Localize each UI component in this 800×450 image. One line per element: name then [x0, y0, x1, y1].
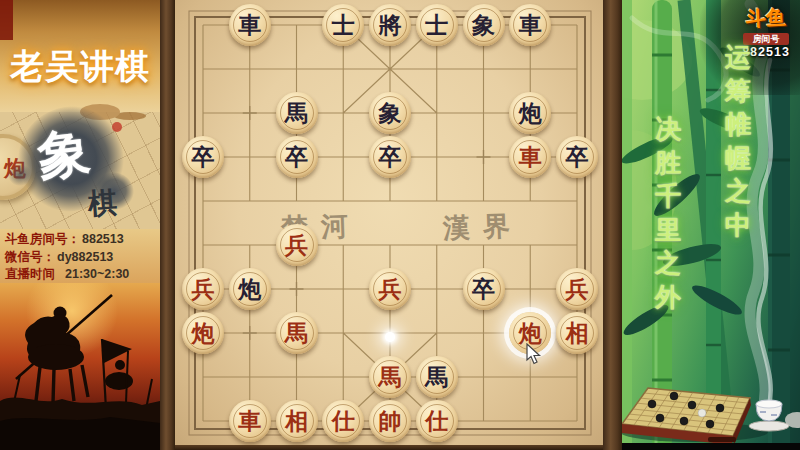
battle-artwork [0, 283, 160, 450]
piece-black-士[interactable]: 士 [416, 4, 458, 46]
piece-black-象[interactable]: 象 [369, 92, 411, 134]
room-number-row: 斗鱼房间号： 882513 [5, 231, 160, 249]
slogan-char: 筹 [722, 75, 754, 109]
piece-char: 卒 [556, 136, 598, 178]
piece-red-兵[interactable]: 兵 [276, 224, 318, 266]
piece-black-馬[interactable]: 馬 [276, 92, 318, 134]
wechat-label: 微信号： [5, 249, 55, 267]
schedule-row: 直播时间 21:30~2:30 [5, 266, 160, 284]
piece-char: 仕 [416, 400, 458, 442]
piece-char: 士 [322, 4, 364, 46]
piece-red-帥[interactable]: 帥 [369, 400, 411, 442]
room-label: 斗鱼房间号： [5, 231, 80, 249]
schedule-value: 21:30~2:30 [65, 266, 129, 284]
slogan-char: 外 [652, 281, 684, 315]
piece-char: 車 [229, 4, 271, 46]
move-highlight-dot [385, 332, 395, 342]
slogan-char: 之 [652, 247, 684, 281]
piece-red-炮[interactable]: 炮 [182, 312, 224, 354]
piece-black-車[interactable]: 車 [509, 4, 551, 46]
piece-red-車[interactable]: 車 [509, 136, 551, 178]
piece-char: 兵 [369, 268, 411, 310]
piece-black-士[interactable]: 士 [322, 4, 364, 46]
piece-char: 卒 [369, 136, 411, 178]
piece-char: 車 [509, 4, 551, 46]
douyu-logo: 斗鱼 [734, 3, 797, 33]
wechat-value: dy882513 [57, 249, 113, 267]
piece-red-馬[interactable]: 馬 [276, 312, 318, 354]
piece-char: 車 [509, 136, 551, 178]
piece-red-車[interactable]: 車 [229, 400, 271, 442]
piece-red-相[interactable]: 相 [276, 400, 318, 442]
mouse-cursor [524, 343, 542, 367]
piece-char: 兵 [182, 268, 224, 310]
piece-char: 馬 [276, 312, 318, 354]
piece-char: 馬 [416, 356, 458, 398]
slogan-char: 千 [652, 180, 684, 214]
piece-char: 車 [229, 400, 271, 442]
piece-black-車[interactable]: 車 [229, 4, 271, 46]
slogan-char: 里 [652, 214, 684, 248]
banner-art: 炮 象 棋 [0, 112, 160, 229]
xiangqi-board-area[interactable]: 楚河 漢界 車士將士象車馬象炮卒卒卒車卒兵兵炮兵卒兵炮馬炮相馬馬車相仕帥仕 [160, 0, 622, 450]
piece-red-兵[interactable]: 兵 [369, 268, 411, 310]
stream-info: 斗鱼房间号： 882513 微信号： dy882513 直播时间 21:30~2… [0, 229, 160, 283]
piece-char: 炮 [509, 92, 551, 134]
piece-char: 炮 [182, 312, 224, 354]
red-seal [112, 122, 122, 132]
piece-black-卒[interactable]: 卒 [276, 136, 318, 178]
calligraphy-qi: 棋 [87, 183, 119, 225]
piece-char: 將 [369, 4, 411, 46]
piece-char: 兵 [276, 224, 318, 266]
pieces-layer: 車士將士象車馬象炮卒卒卒車卒兵兵炮兵卒兵炮馬炮相馬馬車相仕帥仕 [160, 0, 622, 450]
slogan-char: 胜 [652, 147, 684, 181]
corner-decoration [0, 0, 13, 40]
left-banner-panel: 老吴讲棋 炮 象 棋 斗鱼房间号： 882513 微信号： dy882513 直… [0, 0, 160, 450]
piece-char: 兵 [556, 268, 598, 310]
slogan-char: 运 [722, 41, 754, 75]
piece-char: 相 [556, 312, 598, 354]
piece-char: 士 [416, 4, 458, 46]
piece-char: 相 [276, 400, 318, 442]
piece-black-炮[interactable]: 炮 [229, 268, 271, 310]
piece-black-炮[interactable]: 炮 [509, 92, 551, 134]
banner-top: 老吴讲棋 [0, 0, 160, 112]
stream-screen: 老吴讲棋 炮 象 棋 斗鱼房间号： 882513 微信号： dy882513 直… [0, 0, 800, 450]
piece-char: 象 [463, 4, 505, 46]
piece-char: 馬 [369, 356, 411, 398]
piece-char: 炮 [229, 268, 271, 310]
slogan-char: 幄 [722, 142, 754, 176]
piece-red-仕[interactable]: 仕 [416, 400, 458, 442]
calligraphy-xiang: 象 [34, 117, 94, 193]
piece-char: 卒 [463, 268, 505, 310]
piece-black-卒[interactable]: 卒 [369, 136, 411, 178]
piece-char: 仕 [322, 400, 364, 442]
battle-silhouettes [0, 283, 160, 450]
piece-red-兵[interactable]: 兵 [182, 268, 224, 310]
piece-char: 卒 [182, 136, 224, 178]
piece-black-卒[interactable]: 卒 [556, 136, 598, 178]
slogan-char: 中 [722, 209, 754, 243]
piece-black-象[interactable]: 象 [463, 4, 505, 46]
piece-black-卒[interactable]: 卒 [182, 136, 224, 178]
piece-red-馬[interactable]: 馬 [369, 356, 411, 398]
piece-char: 象 [369, 92, 411, 134]
piece-black-將[interactable]: 將 [369, 4, 411, 46]
piece-char: 帥 [369, 400, 411, 442]
room-value: 882513 [82, 231, 124, 249]
piece-black-卒[interactable]: 卒 [463, 268, 505, 310]
piece-red-仕[interactable]: 仕 [322, 400, 364, 442]
piece-char: 馬 [276, 92, 318, 134]
slogan-char: 之 [722, 175, 754, 209]
slogan-right-column: 运筹帷幄之中 [722, 41, 754, 242]
piece-black-馬[interactable]: 馬 [416, 356, 458, 398]
schedule-label: 直播时间 [5, 266, 55, 284]
slogan-left-column: 决胜千里之外 [652, 113, 684, 314]
piece-char: 卒 [276, 136, 318, 178]
slogan-char: 帷 [722, 108, 754, 142]
wechat-row: 微信号： dy882513 [5, 249, 160, 267]
piece-red-兵[interactable]: 兵 [556, 268, 598, 310]
slogan-char: 决 [652, 113, 684, 147]
channel-title: 老吴讲棋 [0, 44, 160, 90]
piece-red-相[interactable]: 相 [556, 312, 598, 354]
right-banner-panel: 斗鱼 房间号 882513 运筹帷幄之中 决胜千里之外 [622, 0, 800, 450]
